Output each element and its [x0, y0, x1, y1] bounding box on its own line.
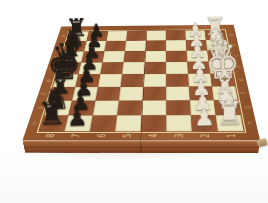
- square-a4[interactable]: [146, 31, 166, 41]
- square-f4[interactable]: [142, 87, 166, 101]
- square-f3[interactable]: [166, 87, 190, 101]
- square-g3[interactable]: [166, 100, 191, 115]
- rank-label-3: 3: [172, 127, 187, 144]
- white-pawn-h2[interactable]: ♟: [193, 105, 215, 129]
- square-g6[interactable]: [93, 101, 119, 116]
- rank-label-6: 6: [93, 127, 110, 144]
- square-d4[interactable]: [144, 62, 166, 74]
- rank-label-2: 2: [198, 127, 214, 144]
- square-a6[interactable]: [106, 31, 127, 41]
- clasp-icon: [256, 138, 267, 147]
- black-rook-h8[interactable]: ♜: [38, 98, 67, 130]
- perspective-wrapper: abcdefgh abcdefgh 87654321 ♜♟♟♜♞♟♟♞♝♟♟♝♛…: [41, 0, 248, 177]
- black-pawn-h7[interactable]: ♟: [66, 106, 87, 130]
- square-c4[interactable]: [145, 51, 166, 62]
- square-e6[interactable]: [98, 74, 122, 87]
- front-edge-groove: [24, 147, 260, 148]
- square-a5[interactable]: [126, 31, 146, 41]
- square-d3[interactable]: [166, 62, 188, 74]
- rank-label-1: 1: [223, 127, 240, 144]
- square-f5[interactable]: [119, 87, 143, 101]
- square-b3[interactable]: [166, 40, 187, 51]
- rank-label-5: 5: [119, 127, 135, 144]
- square-e3[interactable]: [166, 74, 189, 87]
- square-d6[interactable]: [100, 62, 123, 74]
- square-c6[interactable]: [102, 51, 124, 62]
- chess-board: abcdefgh abcdefgh 87654321 ♜♟♟♜♞♟♟♞♝♟♟♝♛…: [22, 25, 260, 141]
- white-rook-h1[interactable]: ♜: [215, 97, 244, 129]
- square-e5[interactable]: [121, 74, 144, 87]
- chess-set-photo: abcdefgh abcdefgh 87654321 ♜♟♟♜♞♟♟♞♝♟♟♝♛…: [0, 0, 268, 203]
- square-b6[interactable]: [104, 41, 126, 52]
- square-g5[interactable]: [117, 100, 142, 115]
- square-b4[interactable]: [145, 40, 166, 51]
- square-c3[interactable]: [166, 51, 187, 62]
- square-c5[interactable]: [123, 51, 145, 62]
- square-b5[interactable]: [125, 41, 146, 52]
- square-f6[interactable]: [95, 87, 120, 101]
- square-a3[interactable]: [166, 30, 186, 40]
- square-g4[interactable]: [142, 100, 167, 115]
- square-d5[interactable]: [122, 62, 145, 74]
- square-e4[interactable]: [143, 74, 166, 87]
- rank-label-4: 4: [146, 127, 161, 144]
